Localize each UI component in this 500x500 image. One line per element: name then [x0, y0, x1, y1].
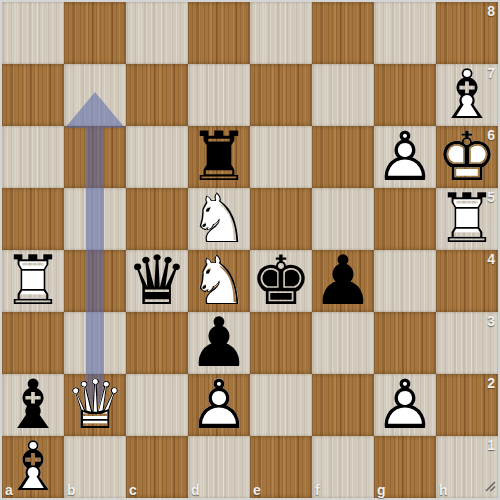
square-a5[interactable]: [2, 188, 64, 250]
square-h7[interactable]: ♝♗7: [436, 64, 498, 126]
piece-outline: ♕: [64, 374, 126, 436]
piece-outline: ♖: [2, 250, 64, 312]
piece-glyph: ♚: [250, 250, 312, 312]
square-g3[interactable]: [374, 312, 436, 374]
square-b6[interactable]: [64, 126, 126, 188]
square-b2[interactable]: ♛♕: [64, 374, 126, 436]
piece-white-king[interactable]: ♚♔: [436, 126, 498, 188]
piece-white-bishop[interactable]: ♝♗: [2, 436, 64, 498]
piece-glyph: ♜: [188, 126, 250, 188]
square-d1[interactable]: d: [188, 436, 250, 498]
file-label-g: g: [377, 483, 386, 497]
square-b3[interactable]: [64, 312, 126, 374]
piece-fill: ♜: [2, 250, 64, 312]
file-label-d: d: [191, 483, 200, 497]
piece-white-bishop[interactable]: ♝♗: [436, 64, 498, 126]
board-resize-handle[interactable]: [483, 479, 497, 497]
square-g1[interactable]: g: [374, 436, 436, 498]
square-h3[interactable]: 3: [436, 312, 498, 374]
square-d4[interactable]: ♞♘: [188, 250, 250, 312]
piece-glyph: ♟: [312, 250, 374, 312]
piece-glyph: ♟: [188, 312, 250, 374]
piece-fill: ♟: [188, 374, 250, 436]
square-g2[interactable]: ♟♙: [374, 374, 436, 436]
square-c7[interactable]: [126, 64, 188, 126]
square-e8[interactable]: [250, 2, 312, 64]
piece-outline: ♘: [188, 188, 250, 250]
piece-white-queen[interactable]: ♛♕: [64, 374, 126, 436]
square-c3[interactable]: [126, 312, 188, 374]
piece-outline: ♗: [2, 436, 64, 498]
piece-black-pawn[interactable]: ♟: [312, 250, 374, 312]
square-e4[interactable]: ♚: [250, 250, 312, 312]
square-e3[interactable]: [250, 312, 312, 374]
piece-fill: ♚: [436, 126, 498, 188]
square-a3[interactable]: [2, 312, 64, 374]
piece-black-queen[interactable]: ♛: [126, 250, 188, 312]
piece-white-knight[interactable]: ♞♘: [188, 250, 250, 312]
piece-white-pawn[interactable]: ♟♙: [374, 374, 436, 436]
file-label-f: f: [315, 483, 320, 497]
square-f4[interactable]: ♟: [312, 250, 374, 312]
rank-label-3: 3: [487, 314, 495, 328]
piece-outline: ♔: [436, 126, 498, 188]
square-c2[interactable]: [126, 374, 188, 436]
rank-label-8: 8: [487, 4, 495, 18]
square-c4[interactable]: ♛: [126, 250, 188, 312]
piece-outline: ♙: [188, 374, 250, 436]
rank-label-4: 4: [487, 252, 495, 266]
square-b4[interactable]: [64, 250, 126, 312]
chess-board: 8♝♗7♜♟♙♚♔6♞♘♜♖5♜♖♛♞♘♚♟4♟3♝♛♕♟♙♟♙2♝♗abcde…: [0, 0, 500, 500]
piece-fill: ♞: [188, 250, 250, 312]
square-e2[interactable]: [250, 374, 312, 436]
square-b7[interactable]: [64, 64, 126, 126]
piece-outline: ♖: [436, 188, 498, 250]
square-a4[interactable]: ♜♖: [2, 250, 64, 312]
square-g7[interactable]: [374, 64, 436, 126]
square-h6[interactable]: ♚♔6: [436, 126, 498, 188]
square-h5[interactable]: ♜♖5: [436, 188, 498, 250]
square-b8[interactable]: [64, 2, 126, 64]
rank-label-1: 1: [487, 438, 495, 452]
piece-black-king[interactable]: ♚: [250, 250, 312, 312]
square-f8[interactable]: [312, 2, 374, 64]
square-a7[interactable]: [2, 64, 64, 126]
piece-black-rook[interactable]: ♜: [188, 126, 250, 188]
square-c1[interactable]: c: [126, 436, 188, 498]
square-a8[interactable]: [2, 2, 64, 64]
piece-glyph: ♝: [2, 374, 64, 436]
square-a6[interactable]: [2, 126, 64, 188]
file-label-b: b: [67, 483, 76, 497]
square-b1[interactable]: b: [64, 436, 126, 498]
square-g5[interactable]: [374, 188, 436, 250]
square-g6[interactable]: ♟♙: [374, 126, 436, 188]
square-e7[interactable]: [250, 64, 312, 126]
rank-label-2: 2: [487, 376, 495, 390]
piece-fill: ♝: [436, 64, 498, 126]
square-h8[interactable]: 8: [436, 2, 498, 64]
board-grid: 8♝♗7♜♟♙♚♔6♞♘♜♖5♜♖♛♞♘♚♟4♟3♝♛♕♟♙♟♙2♝♗abcde…: [2, 2, 498, 498]
square-c6[interactable]: [126, 126, 188, 188]
square-c8[interactable]: [126, 2, 188, 64]
square-e6[interactable]: [250, 126, 312, 188]
square-f5[interactable]: [312, 188, 374, 250]
piece-white-rook[interactable]: ♜♖: [436, 188, 498, 250]
square-b5[interactable]: [64, 188, 126, 250]
piece-fill: ♞: [188, 188, 250, 250]
square-e1[interactable]: e: [250, 436, 312, 498]
piece-fill: ♟: [374, 374, 436, 436]
piece-fill: ♜: [436, 188, 498, 250]
square-f2[interactable]: [312, 374, 374, 436]
square-f3[interactable]: [312, 312, 374, 374]
square-a2[interactable]: ♝: [2, 374, 64, 436]
square-c5[interactable]: [126, 188, 188, 250]
piece-white-rook[interactable]: ♜♖: [2, 250, 64, 312]
piece-fill: ♛: [64, 374, 126, 436]
piece-fill: ♝: [2, 436, 64, 498]
piece-outline: ♗: [436, 64, 498, 126]
file-label-c: c: [129, 483, 137, 497]
square-d8[interactable]: [188, 2, 250, 64]
square-g4[interactable]: [374, 250, 436, 312]
piece-white-knight[interactable]: ♞♘: [188, 188, 250, 250]
square-d5[interactable]: ♞♘: [188, 188, 250, 250]
piece-fill: ♟: [374, 126, 436, 188]
piece-black-bishop[interactable]: ♝: [2, 374, 64, 436]
square-h4[interactable]: 4: [436, 250, 498, 312]
square-d6[interactable]: ♜: [188, 126, 250, 188]
resize-grip-icon: [483, 479, 497, 493]
piece-outline: ♙: [374, 126, 436, 188]
piece-glyph: ♛: [126, 250, 188, 312]
file-label-h: h: [439, 483, 448, 497]
square-d7[interactable]: [188, 64, 250, 126]
square-d3[interactable]: ♟: [188, 312, 250, 374]
file-label-e: e: [253, 483, 261, 497]
square-h2[interactable]: 2: [436, 374, 498, 436]
piece-outline: ♘: [188, 250, 250, 312]
piece-white-pawn[interactable]: ♟♙: [374, 126, 436, 188]
square-g8[interactable]: [374, 2, 436, 64]
square-d2[interactable]: ♟♙: [188, 374, 250, 436]
square-f7[interactable]: [312, 64, 374, 126]
piece-black-pawn[interactable]: ♟: [188, 312, 250, 374]
piece-white-pawn[interactable]: ♟♙: [188, 374, 250, 436]
square-f1[interactable]: f: [312, 436, 374, 498]
piece-outline: ♙: [374, 374, 436, 436]
square-e5[interactable]: [250, 188, 312, 250]
square-f6[interactable]: [312, 126, 374, 188]
square-a1[interactable]: ♝♗a: [2, 436, 64, 498]
